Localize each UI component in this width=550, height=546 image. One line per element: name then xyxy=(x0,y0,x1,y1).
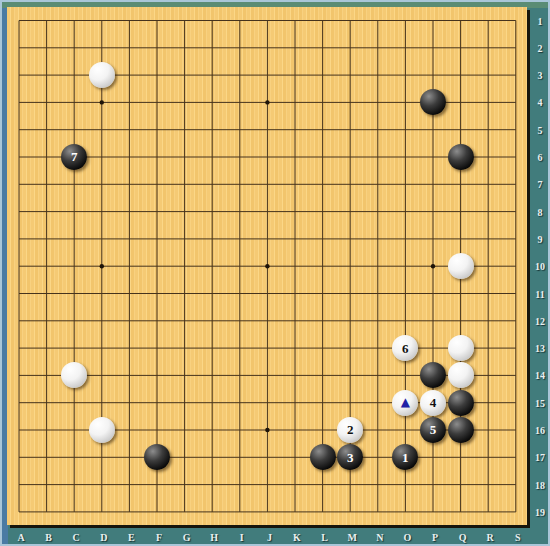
col-label-P: P xyxy=(432,532,438,543)
col-label-J: J xyxy=(267,532,272,543)
row-label-5: 5 xyxy=(531,124,549,135)
row-label-18: 18 xyxy=(531,479,549,490)
stone-white-D16[interactable] xyxy=(89,417,115,443)
col-label-K: K xyxy=(293,532,301,543)
col-label-B: B xyxy=(45,532,52,543)
col-label-Q: Q xyxy=(459,532,467,543)
stone-black-M17[interactable]: 3 xyxy=(337,444,363,470)
row-label-8: 8 xyxy=(531,206,549,217)
col-label-D: D xyxy=(100,532,107,543)
stone-black-C6[interactable]: 7 xyxy=(61,144,87,170)
stone-white-Q13[interactable] xyxy=(448,335,474,361)
col-label-H: H xyxy=(210,532,218,543)
stone-black-F17[interactable] xyxy=(144,444,170,470)
stone-black-P16[interactable]: 5 xyxy=(420,417,446,443)
stone-white-Q10[interactable] xyxy=(448,253,474,279)
row-label-2: 2 xyxy=(531,42,549,53)
stone-white-C14[interactable] xyxy=(61,362,87,388)
move-number: 4 xyxy=(430,396,437,409)
col-label-G: G xyxy=(183,532,191,543)
move-number: 1 xyxy=(402,451,409,464)
col-label-F: F xyxy=(156,532,162,543)
col-label-R: R xyxy=(487,532,494,543)
col-label-N: N xyxy=(376,532,383,543)
stone-white-D3[interactable] xyxy=(89,62,115,88)
row-label-4: 4 xyxy=(531,97,549,108)
col-label-O: O xyxy=(404,532,412,543)
row-label-3: 3 xyxy=(531,70,549,81)
stone-black-Q15[interactable] xyxy=(448,390,474,416)
go-board[interactable]: 76▲42531 xyxy=(7,7,527,525)
stones-layer: 76▲42531 xyxy=(5,7,529,526)
row-label-1: 1 xyxy=(531,15,549,26)
board-frame: 76▲42531 ABCDEFGHIJKLMNOPQRS 12345678910… xyxy=(0,0,550,546)
stone-white-M16[interactable]: 2 xyxy=(337,417,363,443)
row-label-16: 16 xyxy=(531,425,549,436)
stone-black-P4[interactable] xyxy=(420,89,446,115)
row-label-10: 10 xyxy=(531,261,549,272)
row-label-11: 11 xyxy=(531,288,549,299)
col-label-A: A xyxy=(17,532,24,543)
row-label-15: 15 xyxy=(531,397,549,408)
row-label-12: 12 xyxy=(531,315,549,326)
stone-white-Q14[interactable] xyxy=(448,362,474,388)
row-label-6: 6 xyxy=(531,152,549,163)
move-number: 7 xyxy=(71,150,78,163)
row-label-9: 9 xyxy=(531,233,549,244)
col-label-M: M xyxy=(347,532,356,543)
stone-black-P14[interactable] xyxy=(420,362,446,388)
stone-white-P15[interactable]: 4 xyxy=(420,390,446,416)
row-label-17: 17 xyxy=(531,452,549,463)
col-label-I: I xyxy=(240,532,244,543)
col-label-S: S xyxy=(515,532,521,543)
stone-black-O17[interactable]: 1 xyxy=(392,444,418,470)
stone-white-O15[interactable]: ▲ xyxy=(392,390,418,416)
move-number: 5 xyxy=(430,423,437,436)
move-number: 2 xyxy=(347,423,354,436)
triangle-marker-icon: ▲ xyxy=(401,396,410,408)
row-label-7: 7 xyxy=(531,179,549,190)
stone-black-Q16[interactable] xyxy=(448,417,474,443)
col-label-E: E xyxy=(128,532,135,543)
row-label-13: 13 xyxy=(531,343,549,354)
row-label-19: 19 xyxy=(531,506,549,517)
row-label-14: 14 xyxy=(531,370,549,381)
move-number: 6 xyxy=(402,342,409,355)
stone-black-Q6[interactable] xyxy=(448,144,474,170)
stone-white-O13[interactable]: 6 xyxy=(392,335,418,361)
col-label-L: L xyxy=(321,532,328,543)
stone-black-L17[interactable] xyxy=(310,444,336,470)
col-label-C: C xyxy=(73,532,80,543)
move-number: 3 xyxy=(347,451,354,464)
